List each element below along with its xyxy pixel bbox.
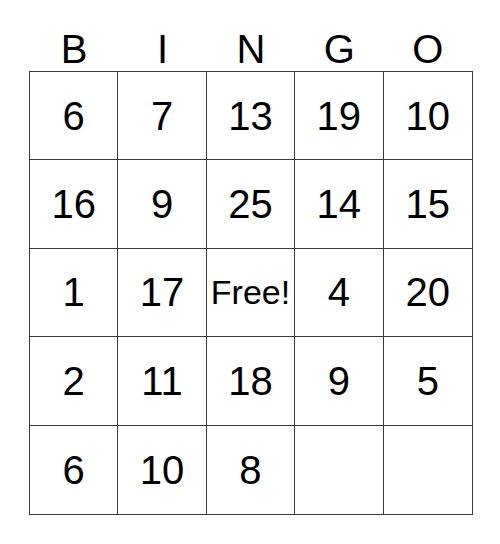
header-letter-b: B [30, 0, 118, 71]
cell-r5c5-empty[interactable] [384, 426, 472, 514]
bingo-grid: 6 7 13 19 10 16 9 25 14 15 1 17 Free! 4 … [29, 71, 473, 515]
cell-r2c2[interactable]: 9 [118, 160, 206, 248]
cell-r2c1[interactable]: 16 [30, 160, 118, 248]
cell-r4c1[interactable]: 2 [30, 337, 118, 425]
cell-r5c3[interactable]: 8 [207, 426, 295, 514]
cell-r3c4[interactable]: 4 [295, 249, 383, 337]
cell-r4c5[interactable]: 5 [384, 337, 472, 425]
cell-r1c2[interactable]: 7 [118, 72, 206, 160]
cell-r4c2[interactable]: 11 [118, 337, 206, 425]
cell-r2c3[interactable]: 25 [207, 160, 295, 248]
cell-r4c4[interactable]: 9 [295, 337, 383, 425]
cell-r3c1[interactable]: 1 [30, 249, 118, 337]
cell-r1c4[interactable]: 19 [295, 72, 383, 160]
header-letter-o: O [384, 0, 472, 71]
cell-r5c4-empty[interactable] [295, 426, 383, 514]
bingo-header: B I N G O [30, 0, 473, 71]
cell-r3c3-free[interactable]: Free! [207, 249, 295, 337]
cell-r2c5[interactable]: 15 [384, 160, 472, 248]
header-letter-g: G [295, 0, 383, 71]
header-letter-i: I [118, 0, 206, 71]
cell-r3c5[interactable]: 20 [384, 249, 472, 337]
header-letter-n: N [207, 0, 295, 71]
cell-r1c5[interactable]: 10 [384, 72, 472, 160]
cell-r5c2[interactable]: 10 [118, 426, 206, 514]
bingo-card: B I N G O 6 7 13 19 10 16 9 25 14 15 1 1… [29, 0, 473, 515]
cell-r5c1[interactable]: 6 [30, 426, 118, 514]
cell-r3c2[interactable]: 17 [118, 249, 206, 337]
cell-r1c1[interactable]: 6 [30, 72, 118, 160]
cell-r1c3[interactable]: 13 [207, 72, 295, 160]
cell-r4c3[interactable]: 18 [207, 337, 295, 425]
cell-r2c4[interactable]: 14 [295, 160, 383, 248]
